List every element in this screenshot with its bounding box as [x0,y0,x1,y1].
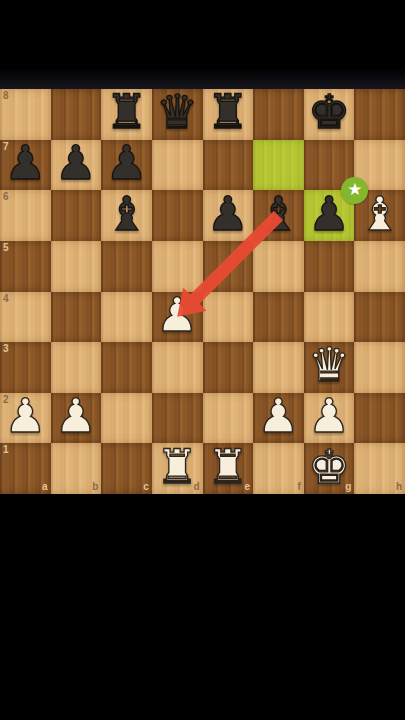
file-label-a: a [42,482,48,492]
square-f2[interactable]: ♟ [253,393,304,444]
black-queen-d8[interactable]: ♛ [156,87,198,137]
white-pawn-g2[interactable]: ♟ [308,391,350,441]
square-f4[interactable] [253,292,304,343]
black-king-g8[interactable]: ♚ [308,87,350,137]
rank-label-6: 6 [3,192,9,202]
square-e1[interactable]: e♜ [203,443,254,494]
square-g8[interactable]: ♚ [304,89,355,140]
file-label-f: f [297,482,300,492]
square-h3[interactable] [354,342,405,393]
square-e5[interactable] [203,241,254,292]
white-pawn-f2[interactable]: ♟ [257,391,299,441]
square-d6[interactable] [152,190,203,241]
best-move-badge: ★ [341,177,368,204]
rank-label-4: 4 [3,294,9,304]
star-icon: ★ [347,181,362,198]
white-king-g1[interactable]: ♚ [308,442,350,492]
square-e7[interactable] [203,140,254,191]
file-label-c: c [143,482,149,492]
square-h8[interactable] [354,89,405,140]
square-c5[interactable] [101,241,152,292]
white-rook-d1[interactable]: ♜ [156,442,198,492]
square-d5[interactable] [152,241,203,292]
square-a6[interactable]: 6 [0,190,51,241]
square-c6[interactable]: ♝ [101,190,152,241]
black-bishop-c6[interactable]: ♝ [105,189,147,239]
square-g1[interactable]: g♚ [304,443,355,494]
black-pawn-a7[interactable]: ♟ [4,138,46,188]
square-c2[interactable] [101,393,152,444]
square-a1[interactable]: 1a [0,443,51,494]
square-c8[interactable]: ♜ [101,89,152,140]
square-g4[interactable] [304,292,355,343]
white-pawn-a2[interactable]: ♟ [4,391,46,441]
file-label-b: b [92,482,98,492]
square-b6[interactable] [51,190,102,241]
square-h1[interactable]: h [354,443,405,494]
white-pawn-b2[interactable]: ♟ [55,391,97,441]
rank-label-3: 3 [3,344,9,354]
square-d7[interactable] [152,140,203,191]
square-b5[interactable] [51,241,102,292]
square-b7[interactable]: ♟ [51,140,102,191]
square-d4[interactable]: ♟ [152,292,203,343]
square-f1[interactable]: f [253,443,304,494]
black-pawn-e6[interactable]: ♟ [207,189,249,239]
black-pawn-c7[interactable]: ♟ [105,138,147,188]
rank-label-5: 5 [3,243,9,253]
square-a4[interactable]: 4 [0,292,51,343]
square-f8[interactable] [253,89,304,140]
square-d8[interactable]: ♛ [152,89,203,140]
square-h5[interactable] [354,241,405,292]
square-h2[interactable] [354,393,405,444]
square-a5[interactable]: 5 [0,241,51,292]
square-d2[interactable] [152,393,203,444]
square-e6[interactable]: ♟ [203,190,254,241]
black-bishop-f6[interactable]: ♝ [257,189,299,239]
square-f3[interactable] [253,342,304,393]
file-label-h: h [396,482,402,492]
square-g2[interactable]: ♟ [304,393,355,444]
square-b4[interactable] [51,292,102,343]
square-c7[interactable]: ♟ [101,140,152,191]
square-f7[interactable] [253,140,304,191]
square-c1[interactable]: c [101,443,152,494]
square-c4[interactable] [101,292,152,343]
square-e4[interactable] [203,292,254,343]
square-d1[interactable]: d♜ [152,443,203,494]
square-b8[interactable] [51,89,102,140]
black-rook-e8[interactable]: ♜ [207,87,249,137]
black-rook-c8[interactable]: ♜ [105,87,147,137]
rank-label-1: 1 [3,445,9,455]
square-b3[interactable] [51,342,102,393]
square-b1[interactable]: b [51,443,102,494]
square-a3[interactable]: 3 [0,342,51,393]
white-pawn-d4[interactable]: ♟ [156,290,198,340]
white-queen-g3[interactable]: ♛ [308,340,350,390]
square-f6[interactable]: ♝ [253,190,304,241]
app-screen: 8♜♛♜♚7♟♟♟6♝♟♝♟♝54♟3♛2♟♟♟♟1abcd♜e♜fg♚h ★ [0,0,405,720]
white-rook-e1[interactable]: ♜ [207,442,249,492]
square-h4[interactable] [354,292,405,343]
black-pawn-b7[interactable]: ♟ [55,138,97,188]
square-e8[interactable]: ♜ [203,89,254,140]
square-b2[interactable]: ♟ [51,393,102,444]
square-a2[interactable]: 2♟ [0,393,51,444]
square-a7[interactable]: 7♟ [0,140,51,191]
square-d3[interactable] [152,342,203,393]
square-a8[interactable]: 8 [0,89,51,140]
chess-board: 8♜♛♜♚7♟♟♟6♝♟♝♟♝54♟3♛2♟♟♟♟1abcd♜e♜fg♚h [0,89,405,494]
rank-label-8: 8 [3,91,9,101]
square-f5[interactable] [253,241,304,292]
square-g3[interactable]: ♛ [304,342,355,393]
square-e3[interactable] [203,342,254,393]
square-g5[interactable] [304,241,355,292]
square-e2[interactable] [203,393,254,444]
square-c3[interactable] [101,342,152,393]
